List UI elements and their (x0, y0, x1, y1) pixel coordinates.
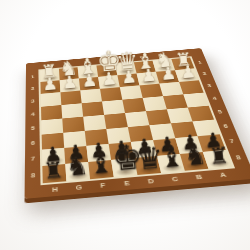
rank-label: 4 (28, 107, 37, 121)
square-f5 (83, 115, 106, 131)
square-a4 (183, 93, 208, 108)
square-b8: ♞ (180, 152, 209, 171)
rank-label: 3 (28, 94, 37, 108)
piece-white-pawn-g2: ♟ (59, 73, 80, 92)
square-h8: ♜ (42, 164, 66, 183)
piece-white-pawn-d2: ♟ (118, 68, 139, 87)
square-f2: ♟ (79, 77, 100, 91)
rank-label: 2 (28, 82, 36, 95)
square-b2: ♟ (156, 70, 179, 83)
square-e4 (102, 100, 125, 115)
square-g2: ♟ (60, 79, 81, 93)
square-b4 (163, 94, 188, 109)
rank-label: 8 (28, 166, 38, 184)
piece-white-pawn-a2: ♟ (177, 63, 198, 82)
rank-labels-left: 12345678 (28, 71, 38, 185)
square-a2: ♟ (175, 68, 199, 81)
square-g4 (61, 103, 83, 118)
square-c2: ♟ (137, 72, 160, 86)
file-label: B (186, 172, 212, 182)
file-label: A (210, 170, 237, 180)
square-f8: ♝ (88, 160, 114, 179)
piece-white-pawn-f2: ♟ (79, 71, 100, 90)
piece-black-rook-a8: ♜ (206, 143, 232, 168)
square-h2: ♟ (40, 80, 60, 94)
file-label: G (67, 183, 92, 193)
square-d2: ♟ (117, 74, 139, 88)
piece-black-rook-h8: ♜ (41, 158, 67, 183)
file-label: F (90, 180, 115, 190)
square-f4 (82, 101, 104, 116)
file-label: E (114, 178, 139, 188)
square-e5 (104, 113, 128, 129)
piece-white-pawn-b2: ♟ (158, 64, 179, 83)
file-label: C (162, 174, 188, 184)
square-c8: ♝ (157, 154, 185, 173)
rank-label: 7 (28, 150, 38, 167)
piece-black-bishop-f8: ♝ (88, 150, 114, 178)
chess-set-photo: HGFEDCBA HGFEDCBA 12345678 12345678 ♜♞♝♚… (0, 0, 250, 250)
piece-black-knight-g8: ♞ (64, 154, 90, 181)
rank-label: 6 (28, 135, 38, 151)
square-d8: ♛ (134, 156, 161, 175)
board-tilt: HGFEDCBA HGFEDCBA 12345678 12345678 ♜♞♝♚… (25, 48, 250, 199)
square-c5 (146, 109, 171, 125)
piece-white-pawn-c2: ♟ (138, 66, 159, 85)
square-d5 (125, 111, 149, 127)
file-label: H (43, 185, 67, 195)
perspective-wrapper: HGFEDCBA HGFEDCBA 12345678 12345678 ♜♞♝♚… (0, 0, 250, 250)
square-e2: ♟ (98, 75, 120, 89)
file-label: D (138, 176, 164, 186)
rank-label: 5 (28, 121, 37, 136)
square-g8: ♞ (65, 162, 90, 181)
rank-label: 1 (29, 71, 37, 83)
square-e8: ♚ (111, 158, 137, 177)
square-a8: ♜ (203, 150, 232, 169)
chess-board: HGFEDCBA HGFEDCBA 12345678 12345678 ♜♞♝♚… (25, 48, 250, 199)
square-b3 (159, 82, 183, 96)
piece-black-bishop-c8: ♝ (159, 144, 185, 172)
piece-black-king-e8: ♚ (111, 140, 138, 176)
piece-white-pawn-h2: ♟ (39, 75, 60, 94)
piece-white-pawn-e2: ♟ (98, 70, 119, 89)
piece-black-queen-d8: ♛ (135, 142, 161, 174)
piece-black-knight-b8: ♞ (182, 143, 208, 170)
